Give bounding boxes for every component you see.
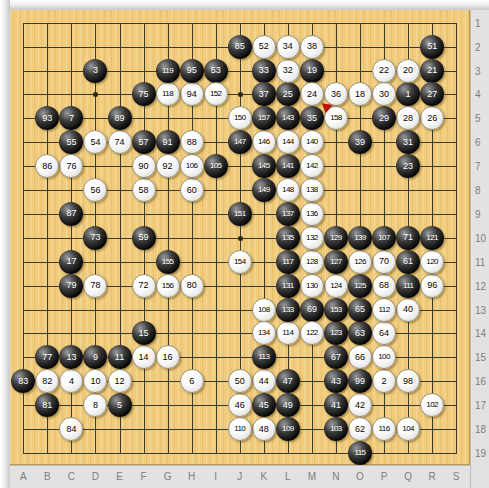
stone-62[interactable]: 62: [348, 417, 372, 441]
stone-number: 95: [187, 66, 197, 75]
stone-155[interactable]: 155: [156, 250, 180, 274]
stone-148[interactable]: 148: [276, 178, 300, 202]
stone-number: 56: [90, 186, 100, 195]
stone-3[interactable]: 3: [83, 59, 107, 83]
stone-77[interactable]: 77: [35, 345, 59, 369]
stone-number: 152: [210, 90, 222, 98]
stone-number: 4: [69, 377, 74, 386]
stone-128[interactable]: 128: [300, 250, 324, 274]
stone-108[interactable]: 108: [252, 298, 276, 322]
stone-number: 33: [259, 66, 269, 75]
hoshi-point-J4: [238, 92, 243, 97]
stone-41[interactable]: 41: [324, 393, 348, 417]
stone-number: 83: [18, 377, 28, 386]
stone-number: 21: [427, 66, 437, 75]
stone-number: 48: [259, 425, 269, 434]
stone-number: 136: [306, 210, 318, 218]
stone-89[interactable]: 89: [108, 106, 132, 130]
stone-35[interactable]: 35: [300, 106, 324, 130]
go-board[interactable]: 1234567891011121314151617181920212223242…: [10, 10, 470, 465]
stone-109[interactable]: 109: [276, 417, 300, 441]
stone-number: 58: [139, 186, 149, 195]
stone-95[interactable]: 95: [180, 59, 204, 83]
row-label-5: 5: [475, 113, 481, 124]
stone-number: 43: [331, 377, 341, 386]
stone-121[interactable]: 121: [420, 226, 444, 250]
stone-59[interactable]: 59: [132, 226, 156, 250]
col-label-Q: Q: [404, 471, 412, 482]
stone-15[interactable]: 15: [132, 321, 156, 345]
stone-number: 84: [66, 425, 76, 434]
stone-72[interactable]: 72: [132, 274, 156, 298]
stone-number: 25: [283, 90, 293, 99]
stone-141[interactable]: 141: [276, 154, 300, 178]
stone-number: 62: [355, 425, 365, 434]
stone-42[interactable]: 42: [348, 393, 372, 417]
stone-number: 145: [258, 162, 270, 170]
stone-151[interactable]: 151: [228, 202, 252, 226]
stone-1[interactable]: 1: [396, 82, 420, 106]
stone-58[interactable]: 58: [132, 178, 156, 202]
stone-27[interactable]: 27: [420, 82, 444, 106]
stone-75[interactable]: 75: [132, 82, 156, 106]
row-label-13: 13: [475, 304, 486, 315]
stone-38[interactable]: 38: [300, 35, 324, 59]
stone-92[interactable]: 92: [156, 154, 180, 178]
stone-number: 86: [42, 162, 52, 171]
stone-96[interactable]: 96: [420, 274, 444, 298]
stone-number: 89: [114, 114, 124, 123]
stone-number: 122: [306, 329, 318, 337]
stone-120[interactable]: 120: [420, 250, 444, 274]
stone-number: 144: [282, 138, 294, 146]
col-label-J: J: [237, 471, 242, 482]
stone-145[interactable]: 145: [252, 154, 276, 178]
stone-number: 6: [189, 377, 194, 386]
stone-78[interactable]: 78: [83, 274, 107, 298]
stone-138[interactable]: 138: [300, 178, 324, 202]
stone-number: 112: [379, 306, 390, 314]
col-label-D: D: [92, 471, 99, 482]
stone-number: 103: [330, 425, 342, 433]
row-label-19: 19: [475, 447, 486, 458]
stone-126[interactable]: 126: [348, 250, 372, 274]
stone-154[interactable]: 154: [228, 250, 252, 274]
stone-number: 29: [379, 114, 389, 123]
col-label-O: O: [356, 471, 364, 482]
stone-number: 116: [379, 425, 390, 433]
stone-60[interactable]: 60: [180, 178, 204, 202]
stone-number: 111: [403, 282, 413, 290]
stone-number: 31: [403, 138, 413, 147]
stone-number: 115: [355, 449, 366, 457]
stone-82[interactable]: 82: [35, 369, 59, 393]
stone-66[interactable]: 66: [348, 345, 372, 369]
stone-137[interactable]: 137: [276, 202, 300, 226]
stone-57[interactable]: 57: [132, 130, 156, 154]
stone-number: 3: [93, 66, 98, 75]
stone-144[interactable]: 144: [276, 130, 300, 154]
stone-110[interactable]: 110: [228, 417, 252, 441]
col-label-G: G: [164, 471, 172, 482]
stone-2[interactable]: 2: [372, 369, 396, 393]
stone-number: 80: [187, 281, 197, 290]
stone-number: 100: [378, 353, 390, 361]
stone-number: 118: [162, 90, 173, 98]
stone-133[interactable]: 133: [276, 298, 300, 322]
stone-number: 121: [426, 234, 438, 242]
stone-24[interactable]: 24: [300, 82, 324, 106]
stone-6[interactable]: 6: [180, 369, 204, 393]
stone-45[interactable]: 45: [252, 393, 276, 417]
stone-46[interactable]: 46: [228, 393, 252, 417]
stone-7[interactable]: 7: [59, 106, 83, 130]
stone-68[interactable]: 68: [372, 274, 396, 298]
stone-number: 157: [258, 114, 270, 122]
grid-line-row-1: [23, 23, 457, 24]
stone-number: 106: [186, 162, 198, 170]
stone-139[interactable]: 139: [348, 226, 372, 250]
stone-number: 5: [117, 401, 122, 410]
stone-55[interactable]: 55: [59, 130, 83, 154]
stone-number: 14: [139, 353, 149, 362]
stone-number: 82: [42, 377, 52, 386]
stone-54[interactable]: 54: [83, 130, 107, 154]
stone-134[interactable]: 134: [252, 321, 276, 345]
row-label-12: 12: [475, 280, 486, 291]
stone-number: 38: [307, 42, 317, 51]
stone-number: 24: [307, 90, 317, 99]
stone-number: 41: [331, 401, 341, 410]
stone-25[interactable]: 25: [276, 82, 300, 106]
stone-107[interactable]: 107: [372, 226, 396, 250]
stone-number: 30: [379, 90, 389, 99]
stone-40[interactable]: 40: [396, 298, 420, 322]
stone-127[interactable]: 127: [324, 250, 348, 274]
stone-5[interactable]: 5: [108, 393, 132, 417]
hoshi-point-D4: [93, 92, 98, 97]
stone-26[interactable]: 26: [420, 106, 444, 130]
stone-number: 2: [382, 377, 387, 386]
stone-63[interactable]: 63: [348, 321, 372, 345]
stone-85[interactable]: 85: [228, 35, 252, 59]
row-labels: 12345678910111213141516171819: [470, 10, 489, 488]
row-label-7: 7: [475, 161, 481, 172]
stone-11[interactable]: 11: [108, 345, 132, 369]
stone-number: 90: [139, 162, 149, 171]
stone-104[interactable]: 104: [396, 417, 420, 441]
stone-112[interactable]: 112: [372, 298, 396, 322]
stone-number: 70: [379, 257, 389, 266]
stone-number: 158: [330, 114, 342, 122]
stone-number: 18: [355, 90, 365, 99]
stone-number: 16: [163, 353, 173, 362]
stone-56[interactable]: 56: [83, 178, 107, 202]
stone-157[interactable]: 157: [252, 106, 276, 130]
stone-number: 36: [331, 90, 341, 99]
stone-152[interactable]: 152: [204, 82, 228, 106]
stone-111[interactable]: 111: [396, 274, 420, 298]
row-label-18: 18: [475, 424, 486, 435]
stone-number: 54: [90, 138, 100, 147]
stone-number: 37: [259, 90, 269, 99]
stone-149[interactable]: 149: [252, 178, 276, 202]
stone-number: 51: [427, 42, 437, 51]
stone-number: 141: [282, 162, 294, 170]
stone-106[interactable]: 106: [180, 154, 204, 178]
stone-number: 98: [403, 377, 413, 386]
stone-number: 150: [234, 114, 246, 122]
stone-53[interactable]: 53: [204, 59, 228, 83]
stone-140[interactable]: 140: [300, 130, 324, 154]
stone-147[interactable]: 147: [228, 130, 252, 154]
stone-49[interactable]: 49: [276, 393, 300, 417]
stone-52[interactable]: 52: [252, 35, 276, 59]
stone-number: 85: [235, 42, 245, 51]
stone-number: 12: [114, 377, 124, 386]
stone-113[interactable]: 113: [252, 345, 276, 369]
stone-number: 42: [355, 401, 365, 410]
stone-14[interactable]: 14: [132, 345, 156, 369]
stone-99[interactable]: 99: [348, 369, 372, 393]
stone-number: 65: [355, 305, 365, 314]
stone-123[interactable]: 123: [324, 321, 348, 345]
column-labels: ABCDEFGHIJKLMNOPQRS: [10, 465, 470, 488]
stone-19[interactable]: 19: [300, 59, 324, 83]
stone-39[interactable]: 39: [348, 130, 372, 154]
stone-number: 120: [426, 258, 438, 266]
stone-65[interactable]: 65: [348, 298, 372, 322]
stone-9[interactable]: 9: [83, 345, 107, 369]
col-label-N: N: [332, 471, 339, 482]
stone-number: 105: [210, 162, 222, 170]
stone-18[interactable]: 18: [348, 82, 372, 106]
stone-33[interactable]: 33: [252, 59, 276, 83]
stone-44[interactable]: 44: [252, 369, 276, 393]
stone-143[interactable]: 143: [276, 106, 300, 130]
stone-132[interactable]: 132: [300, 226, 324, 250]
stone-98[interactable]: 98: [396, 369, 420, 393]
stone-146[interactable]: 146: [252, 130, 276, 154]
stone-80[interactable]: 80: [180, 274, 204, 298]
stone-number: 28: [403, 114, 413, 123]
stone-28[interactable]: 28: [396, 106, 420, 130]
stone-number: 35: [307, 114, 317, 123]
row-label-2: 2: [475, 41, 481, 52]
stone-61[interactable]: 61: [396, 250, 420, 274]
stone-number: 137: [282, 210, 294, 218]
stone-21[interactable]: 21: [420, 59, 444, 83]
stone-number: 20: [403, 66, 413, 75]
stone-number: 32: [283, 66, 293, 75]
stone-124[interactable]: 124: [324, 274, 348, 298]
stone-23[interactable]: 23: [396, 154, 420, 178]
window-bevel-top: [0, 0, 489, 10]
stone-71[interactable]: 71: [396, 226, 420, 250]
stone-number: 81: [42, 401, 52, 410]
stone-number: 78: [90, 281, 100, 290]
stone-number: 49: [283, 401, 293, 410]
stone-number: 132: [306, 234, 318, 242]
stone-number: 15: [139, 329, 149, 338]
grid-line-row-7: [23, 166, 457, 167]
row-label-16: 16: [475, 376, 486, 387]
stone-4[interactable]: 4: [59, 369, 83, 393]
stone-130[interactable]: 130: [300, 274, 324, 298]
stone-64[interactable]: 64: [372, 321, 396, 345]
stone-114[interactable]: 114: [276, 321, 300, 345]
stone-93[interactable]: 93: [35, 106, 59, 130]
stone-16[interactable]: 16: [156, 345, 180, 369]
stone-number: 138: [306, 186, 318, 194]
stone-number: 91: [163, 138, 173, 147]
stone-125[interactable]: 125: [348, 274, 372, 298]
stone-number: 47: [283, 377, 293, 386]
stone-number: 113: [258, 353, 269, 361]
stone-number: 135: [282, 234, 294, 242]
stone-67[interactable]: 67: [324, 345, 348, 369]
stone-70[interactable]: 70: [372, 250, 396, 274]
stone-117[interactable]: 117: [276, 250, 300, 274]
stone-number: 22: [379, 66, 389, 75]
stone-129[interactable]: 129: [324, 226, 348, 250]
stone-10[interactable]: 10: [83, 369, 107, 393]
stone-142[interactable]: 142: [300, 154, 324, 178]
stone-81[interactable]: 81: [35, 393, 59, 417]
stone-86[interactable]: 86: [35, 154, 59, 178]
stone-number: 124: [330, 282, 342, 290]
stone-153[interactable]: 153: [324, 298, 348, 322]
stone-91[interactable]: 91: [156, 130, 180, 154]
stone-88[interactable]: 88: [180, 130, 204, 154]
stone-number: 99: [355, 377, 365, 386]
stone-number: 142: [306, 162, 318, 170]
stone-number: 55: [66, 138, 76, 147]
col-label-C: C: [68, 471, 75, 482]
row-label-1: 1: [475, 17, 481, 28]
stone-number: 75: [139, 90, 149, 99]
col-label-E: E: [116, 471, 123, 482]
stone-105[interactable]: 105: [204, 154, 228, 178]
stone-29[interactable]: 29: [372, 106, 396, 130]
row-label-10: 10: [475, 232, 486, 243]
stone-69[interactable]: 69: [300, 298, 324, 322]
stone-12[interactable]: 12: [108, 369, 132, 393]
stone-number: 125: [354, 282, 366, 290]
stone-156[interactable]: 156: [156, 274, 180, 298]
stone-number: 8: [93, 401, 98, 410]
stone-103[interactable]: 103: [324, 417, 348, 441]
stone-119[interactable]: 119: [156, 59, 180, 83]
stone-37[interactable]: 37: [252, 82, 276, 106]
stone-number: 94: [187, 90, 197, 99]
stone-number: 96: [427, 281, 437, 290]
stone-number: 45: [259, 401, 269, 410]
stone-number: 23: [403, 162, 413, 171]
stone-87[interactable]: 87: [59, 202, 83, 226]
stone-number: 109: [282, 425, 294, 433]
stone-30[interactable]: 30: [372, 82, 396, 106]
stone-118[interactable]: 118: [156, 82, 180, 106]
stone-43[interactable]: 43: [324, 369, 348, 393]
stone-number: 153: [330, 306, 342, 314]
stone-number: 127: [330, 258, 342, 266]
stone-100[interactable]: 100: [372, 345, 396, 369]
stone-31[interactable]: 31: [396, 130, 420, 154]
stone-36[interactable]: 36: [324, 82, 348, 106]
stone-74[interactable]: 74: [108, 130, 132, 154]
hoshi-point-J10: [238, 236, 243, 241]
stone-115[interactable]: 115: [348, 441, 372, 465]
col-label-I: I: [214, 471, 217, 482]
stone-50[interactable]: 50: [228, 369, 252, 393]
row-label-4: 4: [475, 89, 481, 100]
row-label-14: 14: [475, 328, 486, 339]
col-label-B: B: [44, 471, 51, 482]
stone-13[interactable]: 13: [59, 345, 83, 369]
stone-51[interactable]: 51: [420, 35, 444, 59]
stone-131[interactable]: 131: [276, 274, 300, 298]
stone-83[interactable]: 83: [11, 369, 35, 393]
stone-number: 10: [90, 377, 100, 386]
stone-number: 9: [93, 353, 98, 362]
row-label-9: 9: [475, 208, 481, 219]
stone-number: 129: [330, 234, 342, 242]
stone-32[interactable]: 32: [276, 59, 300, 83]
row-label-15: 15: [475, 352, 486, 363]
col-label-P: P: [381, 471, 388, 482]
stone-48[interactable]: 48: [252, 417, 276, 441]
stone-number: 102: [426, 401, 438, 409]
stone-135[interactable]: 135: [276, 226, 300, 250]
stone-number: 61: [403, 257, 413, 266]
stone-number: 19: [307, 66, 317, 75]
stone-94[interactable]: 94: [180, 82, 204, 106]
stone-84[interactable]: 84: [59, 417, 83, 441]
stone-number: 149: [258, 186, 270, 194]
stone-number: 63: [355, 329, 365, 338]
stone-number: 147: [234, 138, 246, 146]
stone-116[interactable]: 116: [372, 417, 396, 441]
stone-73[interactable]: 73: [83, 226, 107, 250]
stone-76[interactable]: 76: [59, 154, 83, 178]
stone-number: 131: [282, 282, 294, 290]
stone-number: 53: [211, 66, 221, 75]
stone-17[interactable]: 17: [59, 250, 83, 274]
go-game-window: 1234567891011121314151617181920212223242…: [0, 0, 489, 488]
stone-number: 57: [139, 138, 149, 147]
stone-90[interactable]: 90: [132, 154, 156, 178]
stone-122[interactable]: 122: [300, 321, 324, 345]
stone-number: 72: [139, 281, 149, 290]
stone-34[interactable]: 34: [276, 35, 300, 59]
row-label-8: 8: [475, 185, 481, 196]
stone-136[interactable]: 136: [300, 202, 324, 226]
stone-number: 79: [66, 281, 76, 290]
stone-20[interactable]: 20: [396, 59, 420, 83]
stone-150[interactable]: 150: [228, 106, 252, 130]
stone-number: 104: [402, 425, 414, 433]
stone-47[interactable]: 47: [276, 369, 300, 393]
stone-number: 34: [283, 42, 293, 51]
col-label-K: K: [260, 471, 267, 482]
window-bevel-left: [0, 0, 10, 488]
stone-number: 69: [307, 305, 317, 314]
stone-8[interactable]: 8: [83, 393, 107, 417]
stone-102[interactable]: 102: [420, 393, 444, 417]
stone-22[interactable]: 22: [372, 59, 396, 83]
stone-79[interactable]: 79: [59, 274, 83, 298]
